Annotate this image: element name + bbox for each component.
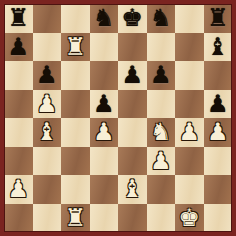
chess-board-screenshot: ♜♞♚♞♜♟♜♝♟♟♟♟♟♟♝♟♞♟♟♟♟♝♜♚ [0,0,236,236]
board-frame [0,0,236,236]
